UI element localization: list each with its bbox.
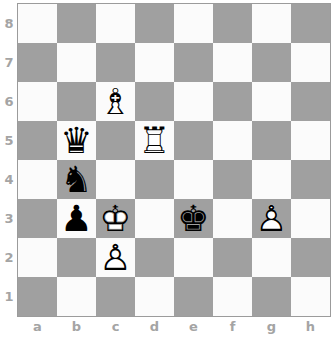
file-label-d: d (135, 316, 174, 337)
rank-label-8: 8 (0, 4, 18, 43)
square-e6[interactable] (174, 82, 213, 121)
square-e8[interactable] (174, 4, 213, 43)
square-e7[interactable] (174, 43, 213, 82)
square-d8[interactable] (135, 4, 174, 43)
rank-label-5: 5 (0, 121, 18, 160)
file-label-a: a (18, 316, 57, 337)
black-king[interactable]: ♚ (174, 199, 213, 238)
square-c1[interactable] (96, 277, 135, 316)
white-pawn-glyph: ♙ (255, 201, 287, 237)
square-b2[interactable] (57, 238, 96, 277)
square-d5[interactable]: ♜♖ (135, 121, 174, 160)
white-pawn-glyph: ♙ (99, 240, 131, 276)
square-c8[interactable] (96, 4, 135, 43)
square-f3[interactable] (213, 199, 252, 238)
square-h6[interactable] (291, 82, 330, 121)
square-g1[interactable] (252, 277, 291, 316)
square-a8[interactable] (18, 4, 57, 43)
rank-label-6: 6 (0, 82, 18, 121)
black-queen[interactable]: ♛ (57, 121, 96, 160)
square-h2[interactable] (291, 238, 330, 277)
square-b1[interactable] (57, 277, 96, 316)
square-e1[interactable] (174, 277, 213, 316)
square-a2[interactable] (18, 238, 57, 277)
square-h3[interactable] (291, 199, 330, 238)
square-e5[interactable] (174, 121, 213, 160)
square-b4[interactable]: ♞ (57, 160, 96, 199)
square-a3[interactable] (18, 199, 57, 238)
square-g6[interactable] (252, 82, 291, 121)
square-e3[interactable]: ♚ (174, 199, 213, 238)
square-f7[interactable] (213, 43, 252, 82)
square-d4[interactable] (135, 160, 174, 199)
white-king-glyph: ♔ (99, 201, 131, 237)
file-label-f: f (213, 316, 252, 337)
square-f5[interactable] (213, 121, 252, 160)
square-h8[interactable] (291, 4, 330, 43)
square-a1[interactable] (18, 277, 57, 316)
white-bishop-glyph: ♗ (99, 84, 131, 120)
white-rook-glyph: ♖ (138, 123, 170, 159)
square-f4[interactable] (213, 160, 252, 199)
file-label-e: e (174, 316, 213, 337)
square-e2[interactable] (174, 238, 213, 277)
square-a4[interactable] (18, 160, 57, 199)
square-d1[interactable] (135, 277, 174, 316)
square-f2[interactable] (213, 238, 252, 277)
white-bishop[interactable]: ♝♗ (96, 82, 135, 121)
square-d3[interactable] (135, 199, 174, 238)
black-knight[interactable]: ♞ (57, 160, 96, 199)
square-d7[interactable] (135, 43, 174, 82)
square-c3[interactable]: ♚♔ (96, 199, 135, 238)
file-label-h: h (291, 316, 330, 337)
square-b8[interactable] (57, 4, 96, 43)
square-b6[interactable] (57, 82, 96, 121)
white-pawn[interactable]: ♟♙ (96, 238, 135, 277)
square-c2[interactable]: ♟♙ (96, 238, 135, 277)
square-f8[interactable] (213, 4, 252, 43)
rank-label-7: 7 (0, 43, 18, 82)
square-b3[interactable]: ♟ (57, 199, 96, 238)
white-pawn[interactable]: ♟♙ (252, 199, 291, 238)
square-h5[interactable] (291, 121, 330, 160)
square-c4[interactable] (96, 160, 135, 199)
chess-board[interactable]: ♝♗♛♜♖♞♟♚♔♚♟♙♟♙ (18, 4, 330, 316)
square-g2[interactable] (252, 238, 291, 277)
square-g5[interactable] (252, 121, 291, 160)
rank-labels: 87654321 (0, 4, 18, 316)
square-g3[interactable]: ♟♙ (252, 199, 291, 238)
rank-label-1: 1 (0, 277, 18, 316)
square-g4[interactable] (252, 160, 291, 199)
file-label-g: g (252, 316, 291, 337)
rank-label-3: 3 (0, 199, 18, 238)
square-h7[interactable] (291, 43, 330, 82)
chess-diagram: 87654321 ♝♗♛♜♖♞♟♚♔♚♟♙♟♙ abcdefgh (0, 0, 332, 337)
rank-label-4: 4 (0, 160, 18, 199)
square-a7[interactable] (18, 43, 57, 82)
square-a6[interactable] (18, 82, 57, 121)
square-f6[interactable] (213, 82, 252, 121)
file-labels: abcdefgh (18, 316, 330, 337)
square-g7[interactable] (252, 43, 291, 82)
square-a5[interactable] (18, 121, 57, 160)
rank-label-2: 2 (0, 238, 18, 277)
square-b7[interactable] (57, 43, 96, 82)
square-g8[interactable] (252, 4, 291, 43)
file-label-c: c (96, 316, 135, 337)
board-corner-spacer (0, 316, 18, 337)
square-h4[interactable] (291, 160, 330, 199)
board-layout: 87654321 ♝♗♛♜♖♞♟♚♔♚♟♙♟♙ abcdefgh (0, 4, 330, 337)
white-king[interactable]: ♚♔ (96, 199, 135, 238)
black-pawn[interactable]: ♟ (57, 199, 96, 238)
file-label-b: b (57, 316, 96, 337)
square-h1[interactable] (291, 277, 330, 316)
square-d2[interactable] (135, 238, 174, 277)
square-d6[interactable] (135, 82, 174, 121)
white-rook[interactable]: ♜♖ (135, 121, 174, 160)
square-c6[interactable]: ♝♗ (96, 82, 135, 121)
square-e4[interactable] (174, 160, 213, 199)
square-c7[interactable] (96, 43, 135, 82)
square-f1[interactable] (213, 277, 252, 316)
square-c5[interactable] (96, 121, 135, 160)
square-b5[interactable]: ♛ (57, 121, 96, 160)
